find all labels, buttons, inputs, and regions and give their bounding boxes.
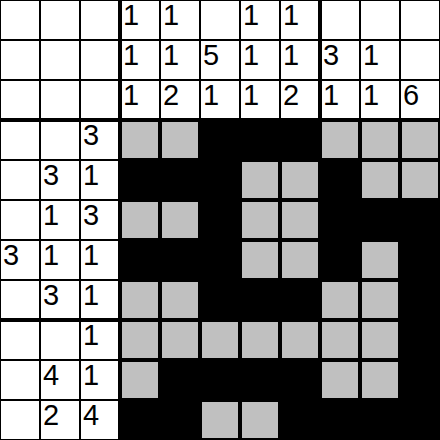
row-clue-cell: 3 [80,120,120,160]
puzzle-cell-filled[interactable] [400,360,440,400]
clue-corner-cell [80,0,120,40]
row-clue-cell: 1 [40,240,80,280]
empty-mark [282,162,318,198]
col-clue-cell: 1 [120,0,160,40]
puzzle-cell-filled[interactable] [280,280,320,320]
puzzle-cell-filled[interactable] [280,120,320,160]
puzzle-cell-empty[interactable] [160,200,200,240]
col-clue-cell: 2 [280,80,320,120]
empty-mark [162,322,198,358]
row-clue-cell: 3 [0,240,40,280]
empty-mark [362,242,398,278]
row-clue-cell: 1 [80,360,120,400]
empty-mark [402,122,438,158]
puzzle-cell-filled[interactable] [120,240,160,280]
clue-corner-cell [40,0,80,40]
puzzle-cell-empty[interactable] [360,320,400,360]
col-clue-cell [320,0,360,40]
row-clue-cell: 4 [80,400,120,440]
col-clue-cell: 1 [120,80,160,120]
empty-mark [242,402,278,438]
col-clue-cell [400,40,440,80]
puzzle-cell-empty[interactable] [360,240,400,280]
puzzle-cell-filled[interactable] [240,280,280,320]
board-cells: 1111115113112112116331133113114124 [0,0,440,440]
puzzle-cell-filled[interactable] [160,240,200,280]
puzzle-cell-empty[interactable] [400,120,440,160]
puzzle-cell-filled[interactable] [200,240,240,280]
empty-mark [202,402,238,438]
row-clue-cell: 1 [80,320,120,360]
clue-corner-cell [80,80,120,120]
col-clue-cell: 1 [360,80,400,120]
empty-mark [242,202,278,238]
empty-mark [322,122,358,158]
puzzle-cell-empty[interactable] [320,120,360,160]
puzzle-cell-filled[interactable] [400,320,440,360]
empty-mark [322,362,358,398]
puzzle-cell-filled[interactable] [320,160,360,200]
empty-mark [322,322,358,358]
nonogram-board: 1111115113112112116331133113114124 [0,0,440,440]
col-clue-cell: 1 [120,40,160,80]
puzzle-cell-empty[interactable] [240,160,280,200]
empty-mark [122,362,158,398]
puzzle-cell-filled[interactable] [360,200,400,240]
puzzle-cell-empty[interactable] [160,280,200,320]
row-clue-cell [40,120,80,160]
clue-corner-cell [40,40,80,80]
puzzle-cell-empty[interactable] [280,200,320,240]
puzzle-cell-empty[interactable] [160,120,200,160]
empty-mark [362,322,398,358]
col-clue-cell: 1 [160,40,200,80]
row-clue-cell: 2 [40,400,80,440]
col-clue-cell: 3 [320,40,360,80]
puzzle-cell-filled[interactable] [200,280,240,320]
empty-mark [282,242,318,278]
puzzle-cell-filled[interactable] [320,400,360,440]
row-clue-cell: 3 [80,200,120,240]
row-clue-cell: 3 [40,280,80,320]
puzzle-cell-empty[interactable] [360,280,400,320]
puzzle-cell-empty[interactable] [200,320,240,360]
puzzle-cell-filled[interactable] [280,360,320,400]
empty-mark [362,122,398,158]
empty-mark [242,322,278,358]
puzzle-cell-filled[interactable] [240,360,280,400]
empty-mark [282,202,318,238]
col-clue-cell [400,0,440,40]
puzzle-cell-filled[interactable] [120,400,160,440]
puzzle-cell-filled[interactable] [320,240,360,280]
empty-mark [362,362,398,398]
puzzle-cell-empty[interactable] [120,200,160,240]
empty-mark [282,322,318,358]
empty-mark [242,162,278,198]
row-clue-cell [40,320,80,360]
puzzle-cell-empty[interactable] [320,360,360,400]
puzzle-cell-filled[interactable] [200,200,240,240]
puzzle-cell-empty[interactable] [240,400,280,440]
col-clue-cell [360,0,400,40]
puzzle-cell-filled[interactable] [200,160,240,200]
clue-corner-cell [80,40,120,80]
clue-corner-cell [0,80,40,120]
puzzle-cell-empty[interactable] [240,320,280,360]
row-clue-cell [0,280,40,320]
clue-corner-cell [0,40,40,80]
puzzle-cell-empty[interactable] [200,400,240,440]
puzzle-cell-empty[interactable] [280,320,320,360]
col-clue-cell: 1 [280,0,320,40]
puzzle-cell-empty[interactable] [240,200,280,240]
col-clue-cell: 6 [400,80,440,120]
puzzle-cell-empty[interactable] [120,320,160,360]
empty-mark [162,282,198,318]
col-clue-cell: 1 [280,40,320,80]
row-clue-cell [0,360,40,400]
puzzle-cell-filled[interactable] [120,160,160,200]
puzzle-cell-filled[interactable] [200,360,240,400]
col-clue-cell: 1 [240,0,280,40]
puzzle-cell-empty[interactable] [360,120,400,160]
row-clue-cell: 3 [40,160,80,200]
puzzle-cell-filled[interactable] [400,240,440,280]
puzzle-cell-filled[interactable] [320,200,360,240]
row-clue-cell [0,320,40,360]
row-clue-cell: 1 [80,160,120,200]
col-clue-cell: 1 [320,80,360,120]
row-clue-cell: 4 [40,360,80,400]
puzzle-cell-filled[interactable] [400,280,440,320]
puzzle-cell-empty[interactable] [160,320,200,360]
puzzle-cell-filled[interactable] [160,360,200,400]
empty-mark [162,122,198,158]
empty-mark [202,322,238,358]
puzzle-cell-filled[interactable] [360,400,400,440]
puzzle-cell-empty[interactable] [280,160,320,200]
empty-mark [162,202,198,238]
empty-mark [122,282,158,318]
clue-corner-cell [40,80,80,120]
row-clue-cell: 1 [40,200,80,240]
puzzle-cell-filled[interactable] [240,120,280,160]
puzzle-cell-empty[interactable] [320,320,360,360]
puzzle-cell-empty[interactable] [120,360,160,400]
row-clue-cell [0,120,40,160]
empty-mark [242,242,278,278]
puzzle-cell-filled[interactable] [280,400,320,440]
puzzle-cell-empty[interactable] [120,280,160,320]
empty-mark [402,162,438,198]
puzzle-cell-filled[interactable] [400,400,440,440]
col-clue-cell: 1 [240,80,280,120]
col-clue-cell: 5 [200,40,240,80]
row-clue-cell [0,200,40,240]
row-clue-cell: 1 [80,240,120,280]
puzzle-cell-empty[interactable] [120,120,160,160]
col-clue-cell: 1 [160,0,200,40]
puzzle-cell-filled[interactable] [200,120,240,160]
col-clue-cell [200,0,240,40]
empty-mark [122,322,158,358]
col-clue-cell: 1 [360,40,400,80]
puzzle-cell-empty[interactable] [360,360,400,400]
row-clue-cell: 1 [80,280,120,320]
puzzle-cell-empty[interactable] [360,160,400,200]
col-clue-cell: 2 [160,80,200,120]
puzzle-cell-filled[interactable] [400,200,440,240]
puzzle-cell-empty[interactable] [400,160,440,200]
empty-mark [322,282,358,318]
puzzle-cell-empty[interactable] [240,240,280,280]
clue-corner-cell [0,0,40,40]
col-clue-cell: 1 [240,40,280,80]
col-clue-cell: 1 [200,80,240,120]
puzzle-cell-filled[interactable] [160,400,200,440]
puzzle-cell-filled[interactable] [160,160,200,200]
empty-mark [362,282,398,318]
row-clue-cell [0,400,40,440]
row-clue-cell [0,160,40,200]
puzzle-cell-empty[interactable] [320,280,360,320]
puzzle-cell-empty[interactable] [280,240,320,280]
empty-mark [362,162,398,198]
empty-mark [122,122,158,158]
empty-mark [122,202,158,238]
